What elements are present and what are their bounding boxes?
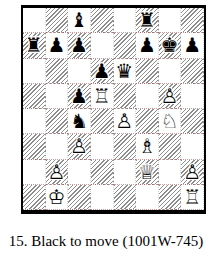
square-c4: ♞ <box>68 109 91 134</box>
square-h2: ♟♙ <box>181 160 204 185</box>
square-c5: ♟ <box>68 84 91 109</box>
square-h4 <box>181 109 204 134</box>
square-d5: ♜♖ <box>91 84 114 109</box>
square-d7 <box>91 33 114 58</box>
square-g3 <box>159 134 182 159</box>
square-f7: ♟ <box>136 33 159 58</box>
square-f8: ♜ <box>136 8 159 33</box>
square-b6 <box>46 59 69 84</box>
piece-black-knight: ♞ <box>70 111 88 131</box>
square-f4 <box>136 109 159 134</box>
piece-black-rook: ♜ <box>25 35 43 55</box>
square-b3 <box>46 134 69 159</box>
square-c6 <box>68 59 91 84</box>
piece-black-queen: ♛ <box>115 61 133 81</box>
piece-black-pawn: ♟ <box>183 35 201 55</box>
square-d3 <box>91 134 114 159</box>
piece-white-rook: ♜♖ <box>93 86 111 106</box>
square-a6 <box>23 59 46 84</box>
square-d2 <box>91 160 114 185</box>
square-h5 <box>181 84 204 109</box>
square-c3: ♟♙ <box>68 134 91 159</box>
square-f3: ♝♗ <box>136 134 159 159</box>
piece-black-pawn: ♟ <box>70 86 88 106</box>
piece-black-king: ♚ <box>161 35 179 55</box>
square-a3 <box>23 134 46 159</box>
piece-white-queen: ♛♕ <box>138 162 156 182</box>
square-b2: ♟♙ <box>46 160 69 185</box>
caption: 15. Black to move (1001W-745) <box>0 233 212 250</box>
square-h6 <box>181 59 204 84</box>
square-b5 <box>46 84 69 109</box>
square-e2 <box>114 160 137 185</box>
piece-white-knight: ♞♘ <box>161 111 179 131</box>
square-a1 <box>23 185 46 210</box>
square-e1 <box>114 185 137 210</box>
square-g5: ♟♙ <box>159 84 182 109</box>
chess-board: ♝♜♜♟♟♟♚♟♟♛♟♜♖♟♙♞♟♙♞♘♟♙♝♗♟♙♛♕♟♙♚♔♜♖ <box>21 5 206 214</box>
square-g8 <box>159 8 182 33</box>
piece-white-king: ♚♔ <box>47 187 65 207</box>
square-a8 <box>23 8 46 33</box>
square-e6: ♛ <box>114 59 137 84</box>
piece-black-pawn: ♟ <box>70 35 88 55</box>
piece-white-rook: ♜♖ <box>183 187 201 207</box>
square-f2: ♛♕ <box>136 160 159 185</box>
square-e8 <box>114 8 137 33</box>
square-b4 <box>46 109 69 134</box>
square-c1 <box>68 185 91 210</box>
piece-white-pawn: ♟♙ <box>183 162 201 182</box>
piece-black-rook: ♜ <box>138 10 156 30</box>
square-c8: ♝ <box>68 8 91 33</box>
square-a4 <box>23 109 46 134</box>
square-f1 <box>136 185 159 210</box>
square-e4: ♟♙ <box>114 109 137 134</box>
square-f5 <box>136 84 159 109</box>
square-e3 <box>114 134 137 159</box>
square-d4 <box>91 109 114 134</box>
square-h7: ♟ <box>181 33 204 58</box>
piece-white-pawn: ♟♙ <box>115 111 133 131</box>
square-g4: ♞♘ <box>159 109 182 134</box>
piece-white-pawn: ♟♙ <box>70 136 88 156</box>
square-h3 <box>181 134 204 159</box>
square-c2 <box>68 160 91 185</box>
square-h1: ♜♖ <box>181 185 204 210</box>
piece-white-pawn: ♟♙ <box>47 162 65 182</box>
square-e7 <box>114 33 137 58</box>
square-e5 <box>114 84 137 109</box>
piece-white-pawn: ♟♙ <box>161 86 179 106</box>
square-g6 <box>159 59 182 84</box>
square-a2 <box>23 160 46 185</box>
square-b7: ♟ <box>46 33 69 58</box>
piece-black-bishop: ♝ <box>70 10 88 30</box>
square-d6: ♟ <box>91 59 114 84</box>
square-f6 <box>136 59 159 84</box>
piece-white-bishop: ♝♗ <box>138 136 156 156</box>
piece-black-pawn: ♟ <box>138 35 156 55</box>
square-c7: ♟ <box>68 33 91 58</box>
square-b1: ♚♔ <box>46 185 69 210</box>
square-d8 <box>91 8 114 33</box>
piece-black-pawn: ♟ <box>47 35 65 55</box>
square-g7: ♚ <box>159 33 182 58</box>
square-h8 <box>181 8 204 33</box>
square-d1 <box>91 185 114 210</box>
square-a7: ♜ <box>23 33 46 58</box>
square-g1 <box>159 185 182 210</box>
square-g2 <box>159 160 182 185</box>
square-b8 <box>46 8 69 33</box>
piece-black-pawn: ♟ <box>93 61 111 81</box>
square-a5 <box>23 84 46 109</box>
